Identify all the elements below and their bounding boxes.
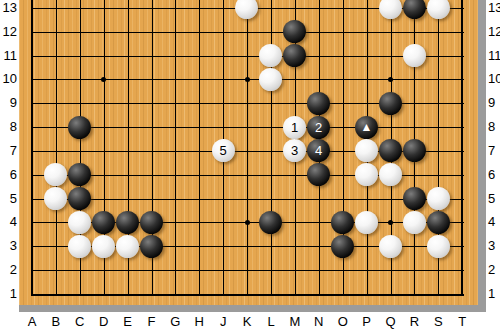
row-label-left-2: 2 xyxy=(1,262,17,278)
stone-black-C5[interactable] xyxy=(68,187,91,210)
col-label-R: R xyxy=(404,314,424,330)
col-label-C: C xyxy=(70,314,90,330)
col-label-L: L xyxy=(261,314,281,330)
stone-white-P6[interactable] xyxy=(355,163,378,186)
row-label-left-12: 12 xyxy=(1,24,17,40)
col-label-O: O xyxy=(333,314,353,330)
row-label-right-8: 8 xyxy=(488,119,500,135)
stone-move-number: 4 xyxy=(315,144,322,157)
stone-black-E4[interactable] xyxy=(116,211,139,234)
row-label-right-1: 1 xyxy=(488,286,500,302)
stone-white-Q13[interactable] xyxy=(379,0,402,19)
row-label-right-4: 4 xyxy=(488,214,500,230)
stone-white-P4[interactable] xyxy=(355,211,378,234)
stone-black-R5[interactable] xyxy=(403,187,426,210)
col-label-B: B xyxy=(46,314,66,330)
stone-white-Q3[interactable] xyxy=(379,235,402,258)
col-label-H: H xyxy=(189,314,209,330)
stone-white-D3[interactable] xyxy=(92,235,115,258)
stone-black-C6[interactable] xyxy=(68,163,91,186)
stone-white-M7[interactable]: 3 xyxy=(283,139,306,162)
stone-black-O4[interactable] xyxy=(331,211,354,234)
stone-black-R13[interactable] xyxy=(403,0,426,19)
col-label-N: N xyxy=(309,314,329,330)
col-label-M: M xyxy=(285,314,305,330)
row-label-left-1: 1 xyxy=(1,286,17,302)
stone-black-L4[interactable] xyxy=(259,211,282,234)
board-shadow-right xyxy=(478,0,486,312)
row-label-right-13: 13 xyxy=(488,0,500,16)
row-label-left-8: 8 xyxy=(1,119,17,135)
row-label-left-13: 13 xyxy=(1,0,17,16)
row-label-right-10: 10 xyxy=(488,71,500,87)
stone-white-M8[interactable]: 1 xyxy=(283,116,306,139)
stone-move-number: 2 xyxy=(315,121,322,134)
col-label-G: G xyxy=(165,314,185,330)
stone-black-Q9[interactable] xyxy=(379,92,402,115)
stone-white-L10[interactable] xyxy=(259,68,282,91)
stones-layer: 12▲534 xyxy=(20,0,474,306)
row-label-left-4: 4 xyxy=(1,214,17,230)
stone-black-P8[interactable]: ▲ xyxy=(355,116,378,139)
row-label-left-5: 5 xyxy=(1,191,17,207)
stone-white-P7[interactable] xyxy=(355,139,378,162)
stone-white-R4[interactable] xyxy=(403,211,426,234)
stone-black-O3[interactable] xyxy=(331,235,354,258)
col-label-P: P xyxy=(357,314,377,330)
row-label-right-3: 3 xyxy=(488,238,500,254)
stone-black-N9[interactable] xyxy=(307,92,330,115)
row-label-right-7: 7 xyxy=(488,143,500,159)
col-label-A: A xyxy=(22,314,42,330)
row-label-right-12: 12 xyxy=(488,24,500,40)
board-shadow-bottom xyxy=(19,305,486,312)
stone-white-C4[interactable] xyxy=(68,211,91,234)
stone-black-N8[interactable]: 2 xyxy=(307,116,330,139)
col-label-K: K xyxy=(237,314,257,330)
row-label-right-11: 11 xyxy=(488,48,500,64)
row-label-left-6: 6 xyxy=(1,167,17,183)
stone-black-M12[interactable] xyxy=(283,20,306,43)
col-label-J: J xyxy=(213,314,233,330)
stone-black-D4[interactable] xyxy=(92,211,115,234)
col-label-D: D xyxy=(94,314,114,330)
col-label-E: E xyxy=(118,314,138,330)
triangle-mark-icon: ▲ xyxy=(360,121,372,133)
stone-white-C3[interactable] xyxy=(68,235,91,258)
stone-black-C8[interactable] xyxy=(68,116,91,139)
go-diagram-screen: 12▲534 131312121111101099887766554433221… xyxy=(0,0,500,332)
stone-white-S3[interactable] xyxy=(427,235,450,258)
col-label-Q: Q xyxy=(381,314,401,330)
row-label-left-10: 10 xyxy=(1,71,17,87)
stone-white-L11[interactable] xyxy=(259,44,282,67)
stone-move-number: 3 xyxy=(291,144,298,157)
row-label-left-3: 3 xyxy=(1,238,17,254)
stone-white-S5[interactable] xyxy=(427,187,450,210)
row-label-right-6: 6 xyxy=(488,167,500,183)
stone-black-R7[interactable] xyxy=(403,139,426,162)
col-label-T: T xyxy=(452,314,472,330)
row-label-right-5: 5 xyxy=(488,191,500,207)
stone-white-Q6[interactable] xyxy=(379,163,402,186)
row-label-left-9: 9 xyxy=(1,95,17,111)
stone-black-N7[interactable]: 4 xyxy=(307,139,330,162)
row-label-left-11: 11 xyxy=(1,48,17,64)
stone-white-R11[interactable] xyxy=(403,44,426,67)
row-label-right-2: 2 xyxy=(488,262,500,278)
stone-black-M11[interactable] xyxy=(283,44,306,67)
stone-move-number: 1 xyxy=(291,121,298,134)
stone-black-S4[interactable] xyxy=(427,211,450,234)
row-label-left-7: 7 xyxy=(1,143,17,159)
stone-white-S13[interactable] xyxy=(427,0,450,19)
col-label-S: S xyxy=(428,314,448,330)
col-label-F: F xyxy=(142,314,162,330)
stone-move-number: 5 xyxy=(219,144,226,157)
stone-black-F3[interactable] xyxy=(140,235,163,258)
stone-white-B5[interactable] xyxy=(44,187,67,210)
stone-black-N6[interactable] xyxy=(307,163,330,186)
stone-white-E3[interactable] xyxy=(116,235,139,258)
stone-black-Q7[interactable] xyxy=(379,139,402,162)
row-label-right-9: 9 xyxy=(488,95,500,111)
stone-white-J7[interactable]: 5 xyxy=(212,139,235,162)
stone-white-B6[interactable] xyxy=(44,163,67,186)
stone-white-K13[interactable] xyxy=(235,0,258,19)
stone-black-F4[interactable] xyxy=(140,211,163,234)
